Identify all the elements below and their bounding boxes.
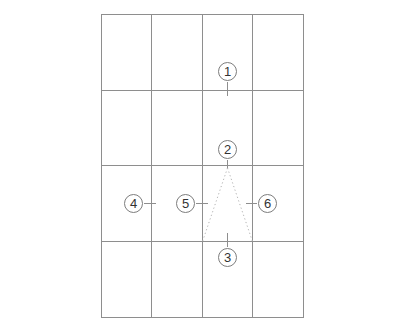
grid-cell bbox=[102, 15, 152, 91]
callout-1-label: 1 bbox=[224, 65, 231, 78]
grid-cell bbox=[102, 242, 152, 318]
grid-cell bbox=[152, 15, 202, 91]
grid-cell bbox=[152, 242, 202, 318]
callout-1: 1 bbox=[218, 62, 237, 81]
callout-6-label: 6 bbox=[264, 197, 271, 210]
grid-cell bbox=[203, 166, 253, 242]
callout-5: 5 bbox=[176, 194, 195, 213]
grid-cell bbox=[253, 242, 303, 318]
callout-3-label: 3 bbox=[224, 251, 231, 264]
panel-grid bbox=[101, 14, 304, 318]
grid-cell bbox=[253, 15, 303, 91]
grid-cell bbox=[253, 91, 303, 167]
grid-cell bbox=[152, 91, 202, 167]
callout-3: 3 bbox=[218, 248, 237, 267]
callout-2: 2 bbox=[218, 140, 237, 159]
callout-6: 6 bbox=[258, 194, 277, 213]
callout-2-label: 2 bbox=[224, 143, 231, 156]
grid-cell bbox=[102, 91, 152, 167]
callout-5-label: 5 bbox=[182, 197, 189, 210]
diagram-canvas: 1 2 3 4 5 6 bbox=[0, 0, 400, 330]
callout-4-label: 4 bbox=[130, 197, 137, 210]
callout-4: 4 bbox=[124, 194, 143, 213]
